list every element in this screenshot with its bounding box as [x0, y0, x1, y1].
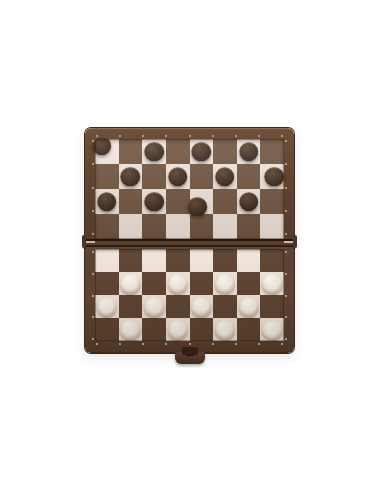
square-c2[interactable] — [142, 295, 166, 318]
square-e2[interactable] — [190, 295, 214, 318]
brown-checker-g6[interactable] — [239, 192, 259, 212]
square-f5[interactable] — [213, 214, 237, 239]
frame-pin-dot — [96, 343, 98, 345]
board-shell — [85, 128, 294, 353]
board-surface-bottom — [95, 249, 284, 341]
frame-dots-top — [96, 135, 283, 137]
frame-pin-dot — [92, 210, 94, 212]
square-c7[interactable] — [142, 164, 166, 189]
square-e7[interactable] — [190, 164, 214, 189]
frame-pin-dot — [285, 251, 287, 253]
square-g6[interactable] — [237, 189, 261, 214]
frame-pin-dot — [189, 135, 191, 137]
frame-pin-dot — [165, 135, 167, 137]
square-h5[interactable] — [260, 214, 284, 239]
brown-checker-c8[interactable] — [144, 142, 164, 162]
square-c3[interactable] — [142, 272, 166, 295]
frame-pin-dot — [235, 343, 237, 345]
frame-pin-dot — [285, 187, 287, 189]
board-top-half — [85, 128, 294, 239]
frame-pin-dot — [258, 343, 260, 345]
brown-checker-a6[interactable] — [97, 192, 117, 212]
square-d7[interactable] — [166, 164, 190, 189]
brown-checker-a8[interactable] — [92, 136, 112, 156]
frame-pin-dot — [92, 163, 94, 165]
frame-pin-dot — [92, 295, 94, 297]
hinge-gap-glint-left — [85, 241, 95, 243]
square-b2[interactable] — [119, 295, 143, 318]
frame-pin-dot — [285, 210, 287, 212]
white-checker-b1[interactable] — [121, 320, 141, 340]
frame-pin-dot — [235, 135, 237, 137]
square-a7[interactable] — [95, 164, 119, 189]
square-a3[interactable] — [95, 272, 119, 295]
square-c1[interactable] — [142, 318, 166, 341]
square-d2[interactable] — [166, 295, 190, 318]
square-b4[interactable] — [119, 249, 143, 272]
frame-pin-dot — [258, 135, 260, 137]
hinge-knuckle-left — [82, 235, 86, 248]
white-checker-c2[interactable] — [144, 297, 164, 317]
white-checker-h3[interactable] — [262, 274, 282, 294]
square-f2[interactable] — [213, 295, 237, 318]
square-g5[interactable] — [237, 214, 261, 239]
frame-pin-dot — [281, 343, 283, 345]
frame-pin-dot — [285, 140, 287, 142]
square-f8[interactable] — [213, 139, 237, 164]
brown-checker-d7[interactable] — [168, 167, 188, 187]
square-f3[interactable] — [213, 272, 237, 295]
frame-dots-top-left — [92, 140, 94, 235]
square-a4[interactable] — [95, 249, 119, 272]
white-checker-a2[interactable] — [97, 297, 117, 317]
square-f7[interactable] — [213, 164, 237, 189]
frame-pin-dot — [119, 135, 121, 137]
square-e6[interactable] — [190, 189, 214, 214]
frame-pin-dot — [142, 135, 144, 137]
square-e8[interactable] — [190, 139, 214, 164]
brown-checker-h7[interactable] — [264, 167, 284, 187]
square-c6[interactable] — [142, 189, 166, 214]
square-b1[interactable] — [119, 318, 143, 341]
square-b8[interactable] — [119, 139, 143, 164]
frame-pin-dot — [285, 295, 287, 297]
frame-pin-dot — [119, 343, 121, 345]
frame-pin-dot — [92, 273, 94, 275]
square-g1[interactable] — [237, 318, 261, 341]
square-g2[interactable] — [237, 295, 261, 318]
square-d3[interactable] — [166, 272, 190, 295]
frame-pin-dot — [285, 163, 287, 165]
square-a8[interactable] — [95, 139, 119, 164]
square-g4[interactable] — [237, 249, 261, 272]
frame-pin-dot — [285, 273, 287, 275]
square-h8[interactable] — [260, 139, 284, 164]
square-b7[interactable] — [119, 164, 143, 189]
square-e4[interactable] — [190, 249, 214, 272]
board-surface-top — [95, 139, 284, 239]
square-d1[interactable] — [166, 318, 190, 341]
square-b5[interactable] — [119, 214, 143, 239]
white-checker-f3[interactable] — [215, 274, 235, 294]
clasp-mount — [182, 347, 198, 355]
frame-pin-dot — [285, 316, 287, 318]
square-d8[interactable] — [166, 139, 190, 164]
square-g8[interactable] — [237, 139, 261, 164]
square-h1[interactable] — [260, 318, 284, 341]
white-checker-g2[interactable] — [239, 297, 259, 317]
white-checker-e2[interactable] — [192, 297, 212, 317]
white-checker-f1[interactable] — [215, 320, 235, 340]
frame-pin-dot — [165, 343, 167, 345]
brown-checker-e6[interactable] — [188, 197, 208, 217]
square-h7[interactable] — [260, 164, 284, 189]
board-bottom-half — [85, 247, 294, 353]
square-d6[interactable] — [166, 189, 190, 214]
hinge-knuckle-right — [293, 235, 297, 248]
square-h3[interactable] — [260, 272, 284, 295]
frame-pin-dot — [212, 343, 214, 345]
frame-pin-dot — [285, 338, 287, 340]
brown-checker-f7[interactable] — [215, 167, 235, 187]
white-checker-b3[interactable] — [121, 274, 141, 294]
frame-pin-dot — [92, 187, 94, 189]
brown-checker-c6[interactable] — [144, 192, 164, 212]
square-h6[interactable] — [260, 189, 284, 214]
square-g3[interactable] — [237, 272, 261, 295]
square-f1[interactable] — [213, 318, 237, 341]
frame-dots-bottom — [96, 343, 283, 345]
white-checker-h1[interactable] — [262, 320, 282, 340]
square-d5[interactable] — [166, 214, 190, 239]
frame-pin-dot — [92, 233, 94, 235]
brown-checker-g8[interactable] — [239, 142, 259, 162]
square-d4[interactable] — [166, 249, 190, 272]
frame-pin-dot — [285, 233, 287, 235]
square-e5[interactable] — [190, 214, 214, 239]
frame-pin-dot — [92, 316, 94, 318]
square-e1[interactable] — [190, 318, 214, 341]
square-c4[interactable] — [142, 249, 166, 272]
square-e3[interactable] — [190, 272, 214, 295]
white-checker-d3[interactable] — [168, 274, 188, 294]
brown-checker-e8[interactable] — [192, 142, 212, 162]
square-a5[interactable] — [95, 214, 119, 239]
square-c5[interactable] — [142, 214, 166, 239]
square-f4[interactable] — [213, 249, 237, 272]
square-a6[interactable] — [95, 189, 119, 214]
hinge-gap — [85, 239, 294, 247]
square-h4[interactable] — [260, 249, 284, 272]
frame-pin-dot — [142, 343, 144, 345]
square-f6[interactable] — [213, 189, 237, 214]
square-b3[interactable] — [119, 272, 143, 295]
frame-pin-dot — [212, 135, 214, 137]
square-c8[interactable] — [142, 139, 166, 164]
square-b6[interactable] — [119, 189, 143, 214]
square-g7[interactable] — [237, 164, 261, 189]
brown-checker-b7[interactable] — [121, 167, 141, 187]
square-h2[interactable] — [260, 295, 284, 318]
photo-background — [0, 0, 380, 494]
white-checker-d1[interactable] — [168, 320, 188, 340]
checkers-board — [85, 128, 294, 353]
frame-pin-dot — [92, 338, 94, 340]
frame-dots-bottom-right — [285, 251, 287, 340]
square-a2[interactable] — [95, 295, 119, 318]
square-a1[interactable] — [95, 318, 119, 341]
frame-dots-top-right — [285, 140, 287, 235]
frame-pin-dot — [92, 251, 94, 253]
frame-dots-bottom-left — [92, 251, 94, 340]
frame-pin-dot — [189, 343, 191, 345]
frame-pin-dot — [281, 135, 283, 137]
